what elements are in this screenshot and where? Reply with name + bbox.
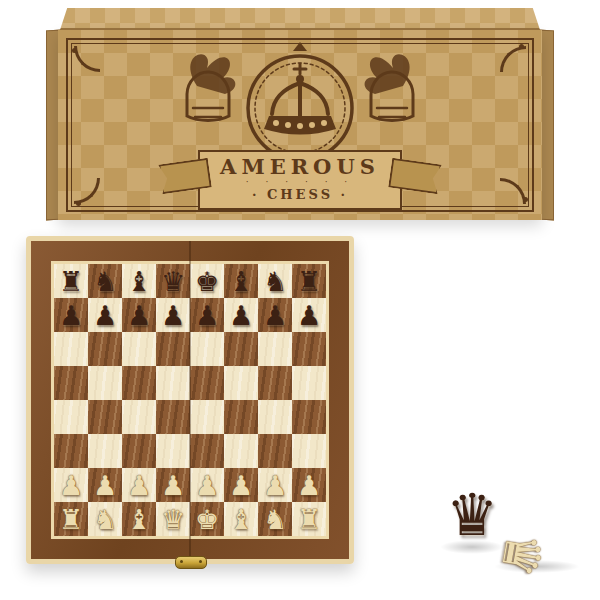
corner-flourish-icon [500,178,526,204]
square-g5[interactable] [258,366,292,400]
piece-black-rook[interactable]: ♜ [59,268,83,295]
square-f5[interactable] [224,366,258,400]
piece-white-rook[interactable]: ♜ [59,506,83,533]
brass-clasp[interactable] [175,556,207,569]
knight-helmet-right-icon [365,54,413,120]
square-d6[interactable] [156,332,190,366]
square-b2[interactable]: ♟ [88,468,122,502]
square-b3[interactable] [88,434,122,468]
piece-white-knight[interactable]: ♞ [263,506,287,533]
crest-top-ornament-icon [293,42,307,51]
square-d8[interactable]: ♛ [156,264,190,298]
chess-board: ♜♞♝♛♚♝♞♜♟♟♟♟♟♟♟♟♟♟♟♟♟♟♟♟♜♞♝♛♚♝♞♜ [26,236,354,564]
square-a2[interactable]: ♟ [54,468,88,502]
square-c8[interactable]: ♝ [122,264,156,298]
square-e5[interactable] [190,366,224,400]
piece-white-knight[interactable]: ♞ [93,506,117,533]
dot-left: · [252,187,260,202]
dot-right: · [341,187,349,202]
square-f3[interactable] [224,434,258,468]
extra-white-queen-lying[interactable]: ♛ [493,528,550,581]
square-h8[interactable]: ♜ [292,264,326,298]
brand-name: AMEROUS [200,156,400,177]
extra-black-queen[interactable]: ♛ [446,486,498,544]
piece-black-queen[interactable]: ♛ [161,268,185,295]
square-e6[interactable] [190,332,224,366]
square-h1[interactable]: ♜ [292,502,326,536]
square-h5[interactable] [292,366,326,400]
piece-black-pawn[interactable]: ♟ [161,302,185,329]
square-b7[interactable]: ♟ [88,298,122,332]
board-fold-seam [189,241,191,559]
square-d3[interactable] [156,434,190,468]
square-h2[interactable]: ♟ [292,468,326,502]
square-b5[interactable] [88,366,122,400]
product-word: · CHESS · [200,187,400,203]
square-f1[interactable]: ♝ [224,502,258,536]
square-g3[interactable] [258,434,292,468]
square-h7[interactable]: ♟ [292,298,326,332]
square-f7[interactable]: ♟ [224,298,258,332]
square-a5[interactable] [54,366,88,400]
piece-black-pawn[interactable]: ♟ [195,302,219,329]
square-d1[interactable]: ♛ [156,502,190,536]
piece-white-pawn[interactable]: ♟ [263,472,287,499]
square-c3[interactable] [122,434,156,468]
product-word-text: CHESS [267,187,333,202]
piece-white-pawn[interactable]: ♟ [195,472,219,499]
brand-banner: AMEROUS · · · · · · · CHESS · [198,150,402,210]
square-a3[interactable] [54,434,88,468]
piece-black-pawn[interactable]: ♟ [127,302,151,329]
square-d7[interactable]: ♟ [156,298,190,332]
piece-white-bishop[interactable]: ♝ [127,506,151,533]
square-f2[interactable]: ♟ [224,468,258,502]
square-e7[interactable]: ♟ [190,298,224,332]
piece-black-pawn[interactable]: ♟ [229,302,253,329]
piece-black-bishop[interactable]: ♝ [127,268,151,295]
square-e8[interactable]: ♚ [190,264,224,298]
piece-black-pawn[interactable]: ♟ [59,302,83,329]
square-a4[interactable] [54,400,88,434]
square-b6[interactable] [88,332,122,366]
square-a7[interactable]: ♟ [54,298,88,332]
piece-black-rook[interactable]: ♜ [297,268,321,295]
corner-flourish-icon [500,46,526,72]
square-f8[interactable]: ♝ [224,264,258,298]
square-c2[interactable]: ♟ [122,468,156,502]
piece-white-pawn[interactable]: ♟ [93,472,117,499]
piece-white-pawn[interactable]: ♟ [161,472,185,499]
square-d4[interactable] [156,400,190,434]
box-front-face: AMEROUS · · · · · · · CHESS · [58,30,542,220]
square-c5[interactable] [122,366,156,400]
piece-black-pawn[interactable]: ♟ [297,302,321,329]
square-e3[interactable] [190,434,224,468]
square-c6[interactable] [122,332,156,366]
square-b4[interactable] [88,400,122,434]
square-a6[interactable] [54,332,88,366]
square-d5[interactable] [156,366,190,400]
product-box: AMEROUS · · · · · · · CHESS · [58,8,542,220]
knight-helmet-left-icon [187,54,235,120]
piece-white-pawn[interactable]: ♟ [297,472,321,499]
piece-black-bishop[interactable]: ♝ [229,268,253,295]
square-e4[interactable] [190,400,224,434]
square-g1[interactable]: ♞ [258,502,292,536]
square-a1[interactable]: ♜ [54,502,88,536]
piece-white-pawn[interactable]: ♟ [59,472,83,499]
brand-dots: · · · · · · [200,178,400,187]
square-b8[interactable]: ♞ [88,264,122,298]
square-h6[interactable] [292,332,326,366]
piece-white-pawn[interactable]: ♟ [127,472,151,499]
corner-flourish-icon [74,46,100,72]
square-e1[interactable]: ♚ [190,502,224,536]
square-g8[interactable]: ♞ [258,264,292,298]
crown-icon [264,64,336,135]
piece-white-rook[interactable]: ♜ [297,506,321,533]
square-c7[interactable]: ♟ [122,298,156,332]
box-lid-top [60,8,540,30]
square-h4[interactable] [292,400,326,434]
piece-black-knight[interactable]: ♞ [263,268,287,295]
piece-black-knight[interactable]: ♞ [93,268,117,295]
piece-white-bishop[interactable]: ♝ [229,506,253,533]
square-f4[interactable] [224,400,258,434]
square-e2[interactable]: ♟ [190,468,224,502]
square-g6[interactable] [258,332,292,366]
square-h3[interactable] [292,434,326,468]
piece-black-pawn[interactable]: ♟ [93,302,117,329]
piece-white-queen[interactable]: ♛ [161,506,185,533]
square-g4[interactable] [258,400,292,434]
square-g2[interactable]: ♟ [258,468,292,502]
square-d2[interactable]: ♟ [156,468,190,502]
square-b1[interactable]: ♞ [88,502,122,536]
piece-white-pawn[interactable]: ♟ [229,472,253,499]
square-c4[interactable] [122,400,156,434]
square-a8[interactable]: ♜ [54,264,88,298]
square-f6[interactable] [224,332,258,366]
piece-white-king[interactable]: ♚ [195,506,219,533]
corner-flourish-icon [74,178,100,204]
square-g7[interactable]: ♟ [258,298,292,332]
piece-black-pawn[interactable]: ♟ [263,302,287,329]
piece-black-king[interactable]: ♚ [195,268,219,295]
square-c1[interactable]: ♝ [122,502,156,536]
